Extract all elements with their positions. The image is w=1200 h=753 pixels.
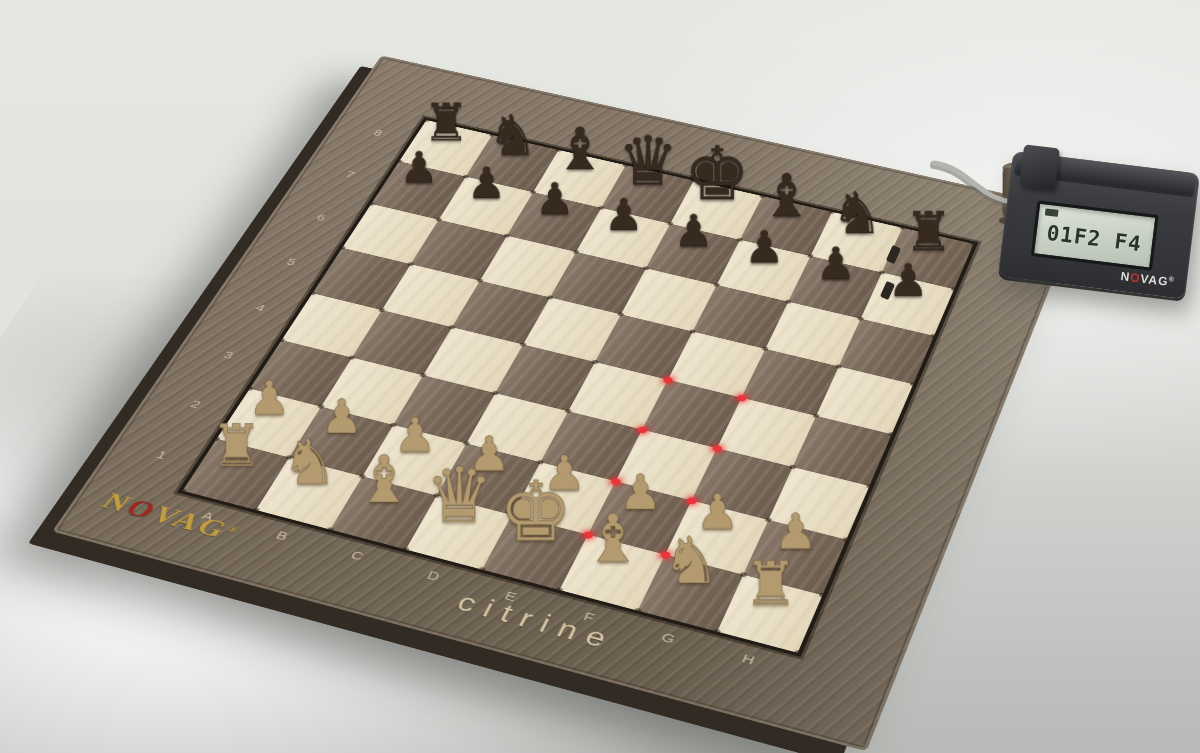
logo-reg: ®	[225, 523, 241, 535]
lcd-mode-indicator	[1045, 208, 1059, 217]
file-label-e: E	[493, 586, 530, 607]
square-h5[interactable]	[816, 366, 913, 434]
square-c1[interactable]	[330, 476, 436, 549]
led-corner-0-6	[246, 386, 254, 391]
citrine-model-label: citrine	[452, 588, 622, 656]
square-h3[interactable]	[768, 467, 869, 540]
board-grid	[183, 120, 974, 653]
file-label-b: B	[265, 526, 301, 546]
clock-display-text: 01F2 F4	[1035, 220, 1153, 258]
square-g3[interactable]	[691, 448, 792, 520]
led-corner-1-6	[317, 404, 325, 409]
led-corner-8-8	[794, 650, 802, 656]
square-e2[interactable]	[512, 462, 616, 534]
clock-lcd: 01F2 F4	[1031, 200, 1159, 270]
logo-o-red: O	[120, 494, 165, 524]
rank-label-4: 4	[244, 299, 278, 316]
file-label-a: A	[190, 506, 226, 525]
led-corner-lit-6-6	[685, 496, 697, 504]
square-h4[interactable]	[793, 416, 892, 486]
led-corner-3-6	[462, 441, 470, 446]
led-corner-8-3	[909, 382, 916, 387]
rank-label-8: 8	[363, 125, 395, 140]
rank-label-1: 1	[144, 445, 180, 464]
led-corner-4-8	[478, 567, 486, 573]
square-c2[interactable]	[362, 425, 466, 496]
square-e4[interactable]	[568, 362, 668, 430]
led-corner-lit-5-6	[610, 477, 622, 485]
led-corner-3-8	[402, 547, 410, 553]
square-e3[interactable]	[540, 411, 642, 481]
led-corner-lit-5-7	[582, 530, 594, 539]
led-corner-0-8	[178, 488, 186, 494]
led-corner-4-4	[591, 359, 599, 364]
led-corner-7-8	[713, 629, 721, 635]
rank-label-2: 2	[179, 395, 214, 413]
file-label-c: C	[340, 545, 377, 565]
led-corner-4-5	[564, 409, 572, 414]
led-corner-7-3	[835, 364, 842, 369]
led-corner-4-6	[536, 459, 544, 465]
square-b1[interactable]	[256, 457, 362, 529]
rank-label-3: 3	[212, 346, 246, 363]
square-f1[interactable]	[559, 535, 665, 611]
led-corner-1-7	[285, 455, 293, 460]
square-a1[interactable]	[183, 439, 290, 510]
led-corner-2-5	[419, 373, 427, 378]
led-corner-7-5	[789, 464, 797, 470]
led-corner-lit-5-5	[636, 426, 648, 434]
file-label-f: F	[571, 606, 608, 627]
led-corner-0-7	[213, 436, 221, 441]
led-corner-lit-6-4	[736, 394, 747, 402]
led-corner-lit-6-7	[659, 550, 671, 559]
square-g4[interactable]	[717, 398, 816, 467]
led-corner-lit-5-4	[662, 376, 674, 384]
led-corner-6-8	[634, 608, 642, 614]
led-corner-7-7	[739, 572, 747, 578]
logo-n: N	[96, 488, 140, 518]
led-corner-2-6	[389, 422, 397, 427]
novag-citrine-scene: 87654321 ABCDEFGH NOVAG® citrine ♜♞♝♛♚♝♞…	[0, 0, 1200, 753]
led-corner-7-4	[812, 413, 820, 418]
led-corner-5-8	[555, 587, 563, 593]
led-corner-8-7	[818, 592, 826, 598]
clock-logo-reg: ®	[1168, 275, 1175, 283]
led-corner-8-5	[866, 483, 874, 489]
led-corner-8-6	[842, 537, 850, 543]
led-corner-2-8	[326, 527, 334, 533]
square-a2[interactable]	[217, 389, 321, 458]
square-g1[interactable]	[638, 555, 743, 632]
led-corner-4-7	[508, 512, 516, 518]
led-corner-8-4	[888, 432, 896, 437]
led-corner-3-7	[433, 493, 441, 499]
file-label-h: H	[730, 649, 767, 670]
clock-top-tab	[1019, 144, 1060, 190]
square-c3[interactable]	[393, 375, 495, 443]
clock-logo-vag: VAG	[1140, 272, 1170, 289]
rank-label-6: 6	[306, 209, 339, 225]
square-d2[interactable]	[437, 443, 541, 515]
led-corner-1-8	[252, 507, 260, 513]
file-label-g: G	[650, 627, 687, 648]
rank-label-5: 5	[275, 254, 308, 270]
square-e1[interactable]	[482, 515, 588, 590]
novag-clock-unit[interactable]: 01F2 F4 NOVAG®	[998, 151, 1200, 299]
led-corner-2-7	[358, 474, 366, 480]
logo-vag: VAG	[146, 501, 236, 543]
led-corner-lit-6-5	[711, 444, 723, 452]
square-f3[interactable]	[615, 430, 716, 501]
square-b3[interactable]	[321, 358, 423, 425]
clock-novag-logo: NOVAG®	[1120, 269, 1176, 290]
file-label-d: D	[416, 566, 453, 586]
novag-board-logo: NOVAG®	[95, 488, 244, 547]
square-h2[interactable]	[743, 520, 846, 595]
led-corner-3-5	[491, 391, 499, 396]
square-d3[interactable]	[466, 393, 568, 462]
square-d1[interactable]	[406, 496, 512, 570]
square-f2[interactable]	[588, 481, 692, 554]
square-b2[interactable]	[289, 407, 393, 477]
square-g2[interactable]	[665, 500, 768, 574]
led-corner-7-6	[764, 517, 772, 523]
rank-label-7: 7	[335, 167, 367, 182]
square-h1[interactable]	[717, 575, 822, 653]
square-f4[interactable]	[642, 380, 741, 448]
